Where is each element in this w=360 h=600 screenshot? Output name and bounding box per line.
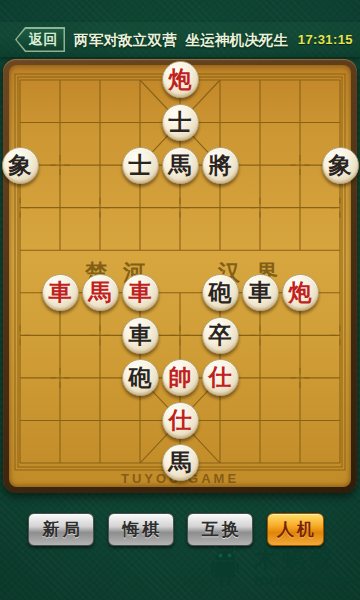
android-robot-icon	[202, 545, 248, 593]
undo-move-button[interactable]: 悔棋	[108, 513, 174, 546]
piece-black-車[interactable]: 車	[122, 317, 159, 354]
piece-red-炮[interactable]: 炮	[162, 61, 199, 98]
page-title: 两军对敌立双营 坐运神机决死生	[74, 31, 288, 50]
piece-red-炮[interactable]: 炮	[282, 274, 319, 311]
piece-black-將[interactable]: 將	[202, 147, 239, 184]
piece-black-士[interactable]: 士	[122, 147, 159, 184]
piece-black-象[interactable]: 象	[2, 147, 39, 184]
site-watermark-domain: mumayi.com	[254, 571, 358, 590]
piece-black-車[interactable]: 車	[242, 274, 279, 311]
bottom-toolbar: 新局 悔棋 互换 人机	[28, 513, 324, 546]
piece-red-馬[interactable]: 馬	[82, 274, 119, 311]
header-bar: 返回 两军对敌立双营 坐运神机决死生 17:31:15	[0, 22, 360, 57]
game-clock: 17:31:15	[298, 32, 353, 47]
piece-black-士[interactable]: 士	[162, 104, 199, 141]
new-game-button[interactable]: 新局	[28, 513, 94, 546]
piece-black-砲[interactable]: 砲	[122, 359, 159, 396]
piece-red-車[interactable]: 車	[122, 274, 159, 311]
xiangqi-board[interactable]: 楚河 汉界 TUYOU GAME 炮士象士馬將象車馬車砲車炮車卒砲帥仕仕馬	[3, 59, 357, 493]
piece-red-帥[interactable]: 帥	[162, 359, 199, 396]
piece-black-馬[interactable]: 馬	[162, 444, 199, 481]
piece-black-砲[interactable]: 砲	[202, 274, 239, 311]
piece-red-仕[interactable]: 仕	[162, 402, 199, 439]
piece-black-馬[interactable]: 馬	[162, 147, 199, 184]
piece-red-車[interactable]: 車	[42, 274, 79, 311]
site-watermark: 木蚂蚁 mumayi.com	[202, 545, 352, 593]
pieces-layer: 炮士象士馬將象車馬車砲車炮車卒砲帥仕仕馬	[0, 59, 360, 485]
app-screen: 返回 两军对敌立双营 坐运神机决死生 17:31:15 楚河 汉界 TUYOU …	[0, 0, 360, 600]
swap-sides-button[interactable]: 互换	[187, 513, 253, 546]
piece-black-卒[interactable]: 卒	[202, 317, 239, 354]
back-button[interactable]: 返回	[15, 27, 65, 52]
back-button-label: 返回	[17, 29, 64, 51]
piece-black-象[interactable]: 象	[322, 147, 359, 184]
vs-ai-button[interactable]: 人机	[267, 513, 324, 546]
piece-red-仕[interactable]: 仕	[202, 359, 239, 396]
